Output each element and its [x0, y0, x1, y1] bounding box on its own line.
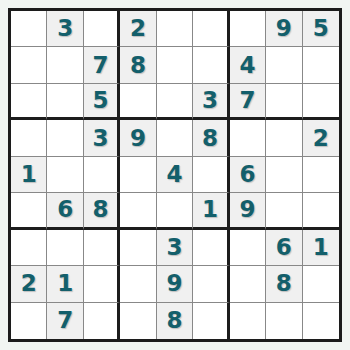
cell-r1c9[interactable]: 5	[303, 11, 339, 47]
cell-r2c2[interactable]	[47, 47, 83, 83]
cell-r3c3[interactable]: 5	[84, 84, 120, 120]
cell-r2c9[interactable]	[303, 47, 339, 83]
cell-r6c3[interactable]: 8	[84, 193, 120, 229]
cell-r1c5[interactable]	[157, 11, 193, 47]
cell-r8c5[interactable]: 9	[157, 266, 193, 302]
cell-r7c9[interactable]: 1	[303, 230, 339, 266]
cell-r4c8[interactable]	[266, 120, 302, 156]
cell-r8c4[interactable]	[120, 266, 156, 302]
cell-r5c9[interactable]	[303, 157, 339, 193]
cell-r3c1[interactable]	[11, 84, 47, 120]
cell-r6c8[interactable]	[266, 193, 302, 229]
cell-r1c1[interactable]	[11, 11, 47, 47]
cell-r5c1[interactable]: 1	[11, 157, 47, 193]
cell-r2c8[interactable]	[266, 47, 302, 83]
cell-r4c3[interactable]: 3	[84, 120, 120, 156]
cell-r6c7[interactable]: 9	[230, 193, 266, 229]
cell-r3c6[interactable]: 3	[193, 84, 229, 120]
cell-r5c7[interactable]: 6	[230, 157, 266, 193]
cell-r5c4[interactable]	[120, 157, 156, 193]
cell-r8c7[interactable]	[230, 266, 266, 302]
cell-r7c4[interactable]	[120, 230, 156, 266]
cell-r7c3[interactable]	[84, 230, 120, 266]
cell-r7c8[interactable]: 6	[266, 230, 302, 266]
cell-r9c1[interactable]	[11, 303, 47, 339]
cell-r9c4[interactable]	[120, 303, 156, 339]
sudoku-board: 329578453739821466819361219878	[8, 8, 342, 342]
cell-r8c2[interactable]: 1	[47, 266, 83, 302]
cell-r4c6[interactable]: 8	[193, 120, 229, 156]
cell-r3c5[interactable]	[157, 84, 193, 120]
cell-r2c7[interactable]: 4	[230, 47, 266, 83]
cell-r2c5[interactable]	[157, 47, 193, 83]
cell-r4c4[interactable]: 9	[120, 120, 156, 156]
cell-r3c9[interactable]	[303, 84, 339, 120]
cell-r5c8[interactable]	[266, 157, 302, 193]
cell-r4c9[interactable]: 2	[303, 120, 339, 156]
cell-r7c5[interactable]: 3	[157, 230, 193, 266]
cell-r2c6[interactable]	[193, 47, 229, 83]
cell-r2c4[interactable]: 8	[120, 47, 156, 83]
cell-r4c1[interactable]	[11, 120, 47, 156]
cell-r5c3[interactable]	[84, 157, 120, 193]
cell-r6c2[interactable]: 6	[47, 193, 83, 229]
cell-r4c2[interactable]	[47, 120, 83, 156]
cell-r6c5[interactable]	[157, 193, 193, 229]
cell-r6c9[interactable]	[303, 193, 339, 229]
cell-r1c7[interactable]	[230, 11, 266, 47]
cell-r2c3[interactable]: 7	[84, 47, 120, 83]
cell-r3c8[interactable]	[266, 84, 302, 120]
cell-r7c1[interactable]	[11, 230, 47, 266]
cell-r2c1[interactable]	[11, 47, 47, 83]
cell-r8c9[interactable]	[303, 266, 339, 302]
cell-r8c1[interactable]: 2	[11, 266, 47, 302]
cell-r1c3[interactable]	[84, 11, 120, 47]
cell-r7c6[interactable]	[193, 230, 229, 266]
cell-r7c2[interactable]	[47, 230, 83, 266]
cell-r4c7[interactable]	[230, 120, 266, 156]
cell-r3c7[interactable]: 7	[230, 84, 266, 120]
cell-r6c6[interactable]: 1	[193, 193, 229, 229]
page-background: 329578453739821466819361219878	[0, 0, 350, 350]
cell-r1c8[interactable]: 9	[266, 11, 302, 47]
cell-r9c6[interactable]	[193, 303, 229, 339]
cell-r4c5[interactable]	[157, 120, 193, 156]
cell-r9c3[interactable]	[84, 303, 120, 339]
cell-r9c9[interactable]	[303, 303, 339, 339]
cell-r9c8[interactable]	[266, 303, 302, 339]
cell-r1c4[interactable]: 2	[120, 11, 156, 47]
cell-r6c4[interactable]	[120, 193, 156, 229]
cell-r3c4[interactable]	[120, 84, 156, 120]
cell-r5c2[interactable]	[47, 157, 83, 193]
cell-r8c6[interactable]	[193, 266, 229, 302]
cell-r9c7[interactable]	[230, 303, 266, 339]
cell-r1c2[interactable]: 3	[47, 11, 83, 47]
cell-r6c1[interactable]	[11, 193, 47, 229]
cell-r8c8[interactable]: 8	[266, 266, 302, 302]
cell-r8c3[interactable]	[84, 266, 120, 302]
cell-r9c2[interactable]: 7	[47, 303, 83, 339]
cell-r9c5[interactable]: 8	[157, 303, 193, 339]
cell-r5c5[interactable]: 4	[157, 157, 193, 193]
cell-r7c7[interactable]	[230, 230, 266, 266]
cell-r3c2[interactable]	[47, 84, 83, 120]
cell-r1c6[interactable]	[193, 11, 229, 47]
cell-r5c6[interactable]	[193, 157, 229, 193]
